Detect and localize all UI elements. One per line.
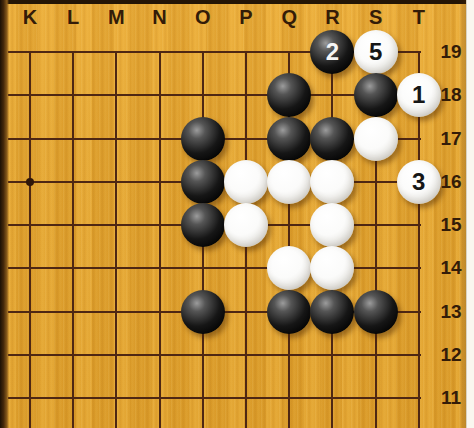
col-label-S: S bbox=[359, 4, 393, 30]
col-label-Q: Q bbox=[272, 4, 306, 30]
go-board[interactable]: KLMNOPQRST1918171615141312112513 bbox=[0, 0, 466, 428]
black-stone-S18 bbox=[354, 73, 398, 117]
right-margin-strip bbox=[466, 0, 474, 428]
black-stone-R19: 2 bbox=[310, 30, 354, 74]
black-stone-O13 bbox=[181, 290, 225, 334]
black-stone-Q17 bbox=[267, 117, 311, 161]
black-stone-R17 bbox=[310, 117, 354, 161]
col-label-M: M bbox=[99, 4, 133, 30]
white-stone-R16 bbox=[310, 160, 354, 204]
star-point-K16 bbox=[26, 178, 34, 186]
grid-line bbox=[8, 267, 421, 269]
col-label-O: O bbox=[186, 4, 220, 30]
black-stone-R13 bbox=[310, 290, 354, 334]
move-number-3: 3 bbox=[412, 170, 425, 194]
white-stone-S17 bbox=[354, 117, 398, 161]
col-label-N: N bbox=[143, 4, 177, 30]
move-number-2: 2 bbox=[326, 40, 339, 64]
white-stone-Q14 bbox=[267, 246, 311, 290]
col-label-T: T bbox=[402, 4, 436, 30]
black-stone-Q13 bbox=[267, 290, 311, 334]
grid-line bbox=[72, 51, 74, 428]
grid-line bbox=[159, 51, 161, 428]
board-right-edge-shadow bbox=[459, 0, 466, 428]
board-left-edge bbox=[0, 0, 9, 428]
black-stone-O16 bbox=[181, 160, 225, 204]
col-label-P: P bbox=[229, 4, 263, 30]
black-stone-Q18 bbox=[267, 73, 311, 117]
grid-line bbox=[8, 354, 421, 356]
white-stone-S19: 5 bbox=[354, 30, 398, 74]
go-diagram-screenshot: KLMNOPQRST1918171615141312112513 bbox=[0, 0, 474, 428]
move-number-5: 5 bbox=[369, 40, 382, 64]
col-label-L: L bbox=[56, 4, 90, 30]
white-stone-T16: 3 bbox=[397, 160, 441, 204]
white-stone-T18: 1 bbox=[397, 73, 441, 117]
grid-line bbox=[115, 51, 117, 428]
white-stone-Q16 bbox=[267, 160, 311, 204]
black-stone-O15 bbox=[181, 203, 225, 247]
black-stone-S13 bbox=[354, 290, 398, 334]
white-stone-P16 bbox=[224, 160, 268, 204]
grid-line bbox=[8, 397, 421, 399]
board-top-border bbox=[0, 0, 467, 4]
col-label-K: K bbox=[13, 4, 47, 30]
white-stone-R14 bbox=[310, 246, 354, 290]
grid-line bbox=[29, 51, 31, 428]
white-stone-R15 bbox=[310, 203, 354, 247]
black-stone-O17 bbox=[181, 117, 225, 161]
white-stone-P15 bbox=[224, 203, 268, 247]
col-label-R: R bbox=[315, 4, 349, 30]
move-number-1: 1 bbox=[412, 83, 425, 107]
